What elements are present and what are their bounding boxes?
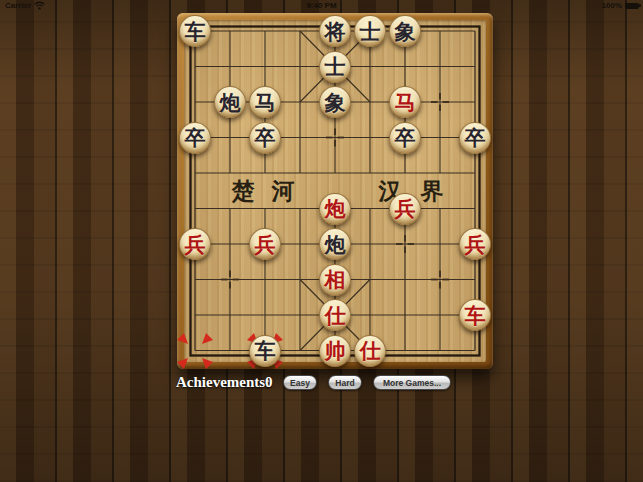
achievements-count: 0 bbox=[265, 374, 273, 391]
piece-black-cannon[interactable]: 炮 bbox=[319, 228, 351, 260]
piece-red-soldier[interactable]: 兵 bbox=[179, 228, 211, 260]
piece-black-general[interactable]: 将 bbox=[319, 15, 351, 47]
svg-text:界: 界 bbox=[420, 177, 444, 204]
clock: 9:40 PM bbox=[0, 1, 643, 10]
easy-button[interactable]: Easy bbox=[283, 375, 317, 390]
battery-percent: 100% bbox=[602, 1, 622, 10]
piece-red-cannon[interactable]: 炮 bbox=[319, 193, 351, 225]
piece-red-elephant[interactable]: 相 bbox=[319, 264, 351, 296]
svg-text:河: 河 bbox=[271, 177, 295, 204]
hard-button[interactable]: Hard bbox=[328, 375, 362, 390]
piece-black-horse[interactable]: 马 bbox=[249, 86, 281, 118]
piece-black-chariot[interactable]: 车 bbox=[249, 335, 281, 367]
piece-red-horse[interactable]: 马 bbox=[389, 86, 421, 118]
piece-red-advisor[interactable]: 仕 bbox=[354, 335, 386, 367]
battery-icon bbox=[625, 3, 639, 9]
app-screen: Carrier 9:40 PM 100% 楚河汉界 车将士象士炮马象马卒卒卒卒炮… bbox=[0, 0, 643, 482]
piece-red-advisor[interactable]: 仕 bbox=[319, 299, 351, 331]
piece-red-soldier[interactable]: 兵 bbox=[389, 193, 421, 225]
piece-black-advisor[interactable]: 士 bbox=[354, 15, 386, 47]
last-move-marker bbox=[176, 332, 214, 370]
piece-black-cannon[interactable]: 炮 bbox=[214, 86, 246, 118]
piece-black-soldier[interactable]: 卒 bbox=[179, 122, 211, 154]
status-bar: Carrier 9:40 PM 100% bbox=[0, 0, 643, 12]
board-surface[interactable]: 楚河汉界 车将士象士炮马象马卒卒卒卒炮兵兵兵炮兵相仕车车帅仕 bbox=[184, 20, 486, 362]
footer-bar: Achievements: 0 Easy Hard More Games... bbox=[0, 372, 643, 396]
svg-text:楚: 楚 bbox=[231, 177, 256, 204]
piece-black-elephant[interactable]: 象 bbox=[319, 86, 351, 118]
piece-red-soldier[interactable]: 兵 bbox=[459, 228, 491, 260]
piece-black-soldier[interactable]: 卒 bbox=[459, 122, 491, 154]
piece-black-elephant[interactable]: 象 bbox=[389, 15, 421, 47]
piece-black-chariot[interactable]: 车 bbox=[179, 15, 211, 47]
achievements-label: Achievements: bbox=[176, 374, 270, 391]
xiangqi-board[interactable]: 楚河汉界 车将士象士炮马象马卒卒卒卒炮兵兵兵炮兵相仕车车帅仕 bbox=[177, 13, 493, 369]
piece-red-soldier[interactable]: 兵 bbox=[249, 228, 281, 260]
more-games-button[interactable]: More Games... bbox=[373, 375, 451, 390]
piece-black-soldier[interactable]: 卒 bbox=[249, 122, 281, 154]
piece-red-chariot[interactable]: 车 bbox=[459, 299, 491, 331]
piece-black-soldier[interactable]: 卒 bbox=[389, 122, 421, 154]
piece-red-general[interactable]: 帅 bbox=[319, 335, 351, 367]
piece-black-advisor[interactable]: 士 bbox=[319, 51, 351, 83]
